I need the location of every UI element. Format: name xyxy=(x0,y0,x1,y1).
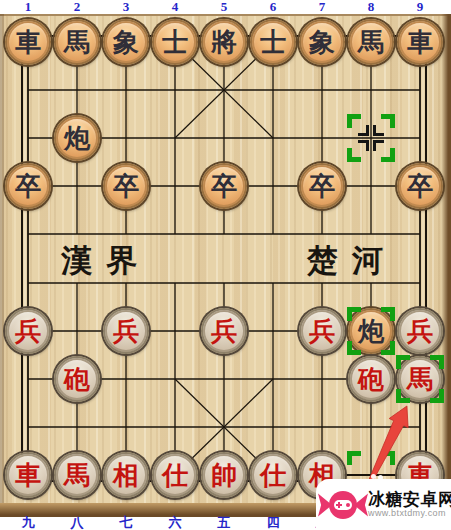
top-coordinate-6: 6 xyxy=(264,0,282,14)
watermark: 冰糖安卓网 www.btxtdmy.com xyxy=(316,479,451,530)
piece-black-chariot[interactable]: 車 xyxy=(397,19,443,65)
piece-black-horse[interactable]: 馬 xyxy=(348,19,394,65)
piece-black-elephant[interactable]: 象 xyxy=(299,19,345,65)
piece-black-cannon[interactable]: 炮 xyxy=(348,308,394,354)
piece-red-soldier[interactable]: 兵 xyxy=(5,308,51,354)
top-coordinate-3: 3 xyxy=(117,0,135,14)
top-coordinate-7: 7 xyxy=(313,0,331,14)
top-coordinate-8: 8 xyxy=(362,0,380,14)
candy-logo-icon xyxy=(319,487,366,523)
piece-red-general[interactable]: 帥 xyxy=(201,452,247,498)
piece-black-soldier[interactable]: 卒 xyxy=(5,163,51,209)
bottom-coordinate: 七 xyxy=(117,516,135,530)
top-coordinate-4: 4 xyxy=(166,0,184,14)
piece-black-chariot[interactable]: 車 xyxy=(5,19,51,65)
top-coordinate-2: 2 xyxy=(68,0,86,14)
top-coordinate-1: 1 xyxy=(19,0,37,14)
bottom-coordinate: 六 xyxy=(166,516,184,530)
piece-red-soldier[interactable]: 兵 xyxy=(397,308,443,354)
top-coordinate-9: 9 xyxy=(411,0,429,14)
bottom-coordinate: 九 xyxy=(19,516,37,530)
piece-red-elephant[interactable]: 相 xyxy=(103,452,149,498)
piece-black-elephant[interactable]: 象 xyxy=(103,19,149,65)
xiangqi-app-screenshot: 漢界 楚河 123456789 九八七六五四三二一 車馬象士將士象馬車炮卒卒卒卒… xyxy=(0,0,451,530)
piece-black-soldier[interactable]: 卒 xyxy=(397,163,443,209)
piece-black-soldier[interactable]: 卒 xyxy=(103,163,149,209)
watermark-site-url: www.btxtdmy.com xyxy=(368,509,451,518)
bottom-coordinate: 四 xyxy=(264,516,282,530)
river-label-right: 楚河 xyxy=(293,242,397,278)
piece-red-soldier[interactable]: 兵 xyxy=(103,308,149,354)
piece-black-soldier[interactable]: 卒 xyxy=(299,163,345,209)
top-coordinate-5: 5 xyxy=(215,0,233,14)
piece-red-horse[interactable]: 馬 xyxy=(397,356,443,402)
piece-black-general[interactable]: 將 xyxy=(201,19,247,65)
piece-black-horse[interactable]: 馬 xyxy=(54,19,100,65)
bottom-coordinate: 五 xyxy=(215,516,233,530)
piece-black-advisor[interactable]: 士 xyxy=(250,19,296,65)
piece-black-cannon[interactable]: 炮 xyxy=(54,115,100,161)
piece-red-advisor[interactable]: 仕 xyxy=(250,452,296,498)
piece-black-soldier[interactable]: 卒 xyxy=(201,163,247,209)
piece-red-soldier[interactable]: 兵 xyxy=(299,308,345,354)
river-label-left: 漢界 xyxy=(47,242,151,278)
top-coordinates: 123456789 xyxy=(0,0,451,14)
piece-black-advisor[interactable]: 士 xyxy=(152,19,198,65)
piece-red-chariot[interactable]: 車 xyxy=(5,452,51,498)
watermark-site-name: 冰糖安卓网 xyxy=(368,491,451,508)
piece-red-advisor[interactable]: 仕 xyxy=(152,452,198,498)
piece-red-soldier[interactable]: 兵 xyxy=(201,308,247,354)
piece-red-cannon[interactable]: 砲 xyxy=(54,356,100,402)
piece-red-horse[interactable]: 馬 xyxy=(54,452,100,498)
bottom-coordinate: 八 xyxy=(68,516,86,530)
piece-red-cannon[interactable]: 砲 xyxy=(348,356,394,402)
